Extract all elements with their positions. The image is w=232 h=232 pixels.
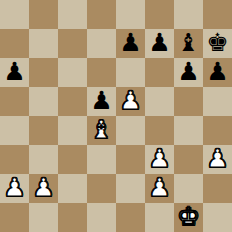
piece-white-bishop[interactable]: ♝ (90, 117, 112, 142)
piece-white-king[interactable]: ♚ (177, 204, 199, 229)
square-c4[interactable] (58, 116, 87, 145)
square-c1[interactable] (58, 203, 87, 232)
square-b6[interactable] (29, 58, 58, 87)
square-f7[interactable]: ♟ (145, 29, 174, 58)
piece-white-pawn[interactable]: ♟ (119, 88, 141, 113)
square-e5[interactable]: ♟ (116, 87, 145, 116)
square-a6[interactable]: ♟ (0, 58, 29, 87)
square-e6[interactable] (116, 58, 145, 87)
square-d5[interactable]: ♟ (87, 87, 116, 116)
square-d7[interactable] (87, 29, 116, 58)
piece-white-pawn[interactable]: ♟ (148, 146, 170, 171)
square-a1[interactable] (0, 203, 29, 232)
square-d2[interactable] (87, 174, 116, 203)
square-b1[interactable] (29, 203, 58, 232)
square-h5[interactable] (203, 87, 232, 116)
piece-black-pawn[interactable]: ♟ (206, 59, 228, 84)
square-e8[interactable] (116, 0, 145, 29)
square-d6[interactable] (87, 58, 116, 87)
piece-black-bishop[interactable]: ♝ (177, 30, 199, 55)
piece-black-pawn[interactable]: ♟ (119, 30, 141, 55)
square-g3[interactable] (174, 145, 203, 174)
square-c8[interactable] (58, 0, 87, 29)
square-d4[interactable]: ♝ (87, 116, 116, 145)
square-h1[interactable] (203, 203, 232, 232)
square-e3[interactable] (116, 145, 145, 174)
square-h8[interactable] (203, 0, 232, 29)
piece-white-pawn[interactable]: ♟ (206, 146, 228, 171)
square-d1[interactable] (87, 203, 116, 232)
square-g1[interactable]: ♚ (174, 203, 203, 232)
piece-white-pawn[interactable]: ♟ (3, 175, 25, 200)
square-e4[interactable] (116, 116, 145, 145)
square-b3[interactable] (29, 145, 58, 174)
square-e2[interactable] (116, 174, 145, 203)
piece-white-pawn[interactable]: ♟ (32, 175, 54, 200)
square-d3[interactable] (87, 145, 116, 174)
square-a8[interactable] (0, 0, 29, 29)
square-f6[interactable] (145, 58, 174, 87)
square-c3[interactable] (58, 145, 87, 174)
square-f3[interactable]: ♟ (145, 145, 174, 174)
piece-black-king[interactable]: ♚ (206, 30, 228, 55)
square-b8[interactable] (29, 0, 58, 29)
square-b7[interactable] (29, 29, 58, 58)
square-e1[interactable] (116, 203, 145, 232)
square-g8[interactable] (174, 0, 203, 29)
square-f1[interactable] (145, 203, 174, 232)
chess-board: ♟♟♝♚♟♟♟♟♟♝♟♟♟♟♟♚ (0, 0, 232, 232)
square-g5[interactable] (174, 87, 203, 116)
square-a5[interactable] (0, 87, 29, 116)
piece-black-pawn[interactable]: ♟ (148, 30, 170, 55)
piece-black-pawn[interactable]: ♟ (177, 59, 199, 84)
square-f4[interactable] (145, 116, 174, 145)
square-h4[interactable] (203, 116, 232, 145)
square-f5[interactable] (145, 87, 174, 116)
piece-white-pawn[interactable]: ♟ (148, 175, 170, 200)
square-h6[interactable]: ♟ (203, 58, 232, 87)
square-g2[interactable] (174, 174, 203, 203)
square-c6[interactable] (58, 58, 87, 87)
square-h7[interactable]: ♚ (203, 29, 232, 58)
square-f2[interactable]: ♟ (145, 174, 174, 203)
square-h2[interactable] (203, 174, 232, 203)
square-c5[interactable] (58, 87, 87, 116)
square-c7[interactable] (58, 29, 87, 58)
square-d8[interactable] (87, 0, 116, 29)
square-f8[interactable] (145, 0, 174, 29)
square-h3[interactable]: ♟ (203, 145, 232, 174)
piece-black-pawn[interactable]: ♟ (90, 88, 112, 113)
square-g7[interactable]: ♝ (174, 29, 203, 58)
square-g6[interactable]: ♟ (174, 58, 203, 87)
square-b4[interactable] (29, 116, 58, 145)
square-c2[interactable] (58, 174, 87, 203)
square-a2[interactable]: ♟ (0, 174, 29, 203)
square-e7[interactable]: ♟ (116, 29, 145, 58)
square-b5[interactable] (29, 87, 58, 116)
piece-black-pawn[interactable]: ♟ (3, 59, 25, 84)
square-a3[interactable] (0, 145, 29, 174)
square-b2[interactable]: ♟ (29, 174, 58, 203)
square-a7[interactable] (0, 29, 29, 58)
square-g4[interactable] (174, 116, 203, 145)
square-a4[interactable] (0, 116, 29, 145)
